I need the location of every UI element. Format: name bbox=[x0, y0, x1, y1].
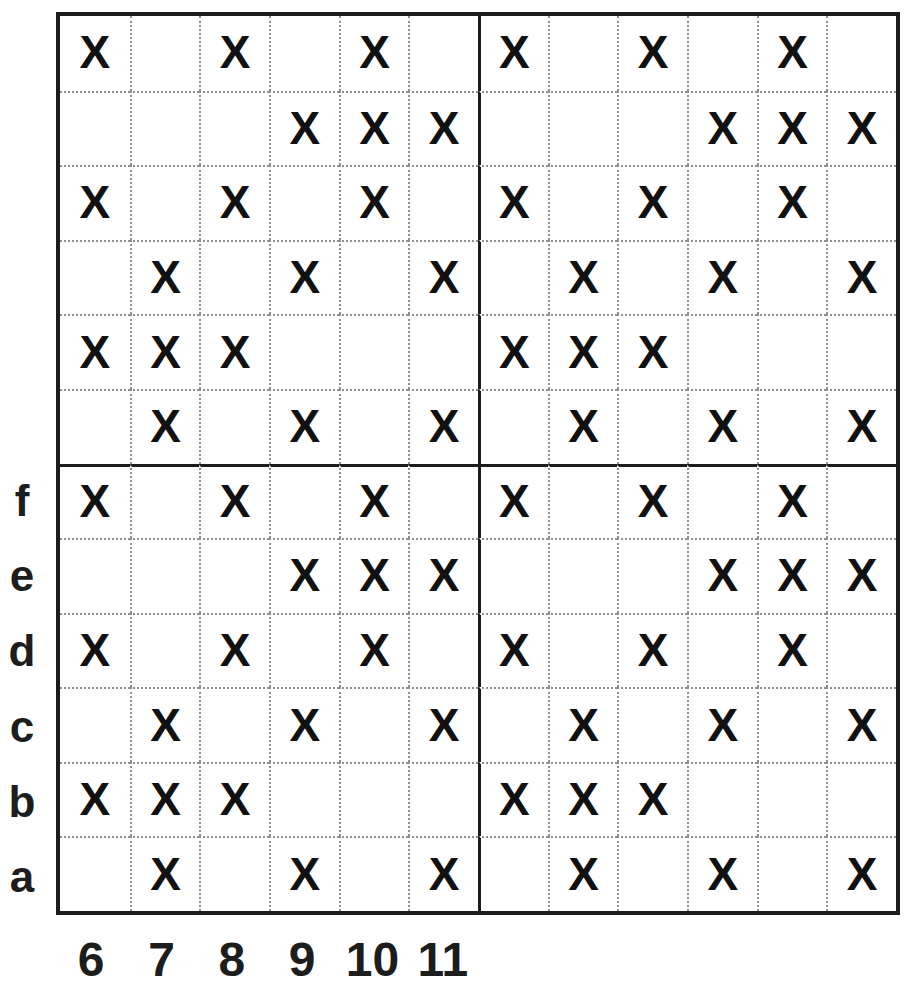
x-mark: X bbox=[777, 478, 808, 524]
cell-r2c5: X bbox=[339, 91, 409, 166]
cell-r5c11 bbox=[757, 314, 827, 389]
x-mark: X bbox=[638, 329, 669, 375]
cell-r7c4 bbox=[269, 464, 339, 539]
x-mark: X bbox=[359, 478, 390, 524]
cell-r12c7 bbox=[478, 836, 548, 911]
cell-r11c9: X bbox=[617, 762, 687, 837]
cell-r2c9 bbox=[617, 91, 687, 166]
x-mark: X bbox=[150, 403, 181, 449]
x-mark: X bbox=[429, 105, 460, 151]
cell-r10c3 bbox=[199, 687, 269, 762]
x-mark: X bbox=[638, 179, 669, 225]
cell-r8c8 bbox=[548, 538, 618, 613]
cell-r11c12 bbox=[826, 762, 896, 837]
cell-r4c1 bbox=[60, 240, 130, 315]
cell-r2c6: X bbox=[408, 91, 478, 166]
cell-r7c3: X bbox=[199, 464, 269, 539]
cell-r3c11: X bbox=[757, 165, 827, 240]
cell-r5c2: X bbox=[130, 314, 200, 389]
cell-r4c4: X bbox=[269, 240, 339, 315]
col-label-9: 9 bbox=[267, 920, 337, 995]
x-mark: X bbox=[568, 702, 599, 748]
x-mark: X bbox=[289, 702, 320, 748]
cell-r1c3: X bbox=[199, 16, 269, 91]
cell-r5c12 bbox=[826, 314, 896, 389]
cell-r5c9: X bbox=[617, 314, 687, 389]
x-mark: X bbox=[150, 851, 181, 897]
cell-r8c2 bbox=[130, 538, 200, 613]
x-mark: X bbox=[777, 627, 808, 673]
cell-r10c8: X bbox=[548, 687, 618, 762]
x-mark: X bbox=[150, 254, 181, 300]
x-mark: X bbox=[220, 179, 251, 225]
cell-r4c10: X bbox=[687, 240, 757, 315]
cell-r9c1: X bbox=[60, 613, 130, 688]
cell-r3c6 bbox=[408, 165, 478, 240]
cell-r6c5 bbox=[339, 389, 409, 464]
col-label-6: 6 bbox=[56, 920, 126, 995]
cell-r5c8: X bbox=[548, 314, 618, 389]
cell-r5c5 bbox=[339, 314, 409, 389]
cell-r1c9: X bbox=[617, 16, 687, 91]
cell-r9c5: X bbox=[339, 613, 409, 688]
cell-r8c4: X bbox=[269, 538, 339, 613]
row-label-b: b bbox=[0, 764, 56, 839]
x-mark: X bbox=[79, 776, 110, 822]
x-mark: X bbox=[707, 403, 738, 449]
cell-r6c7 bbox=[478, 389, 548, 464]
cell-r10c2: X bbox=[130, 687, 200, 762]
cell-r7c2 bbox=[130, 464, 200, 539]
cell-r9c6 bbox=[408, 613, 478, 688]
x-mark: X bbox=[638, 29, 669, 75]
cell-r4c2: X bbox=[130, 240, 200, 315]
x-mark: X bbox=[568, 403, 599, 449]
x-mark: X bbox=[220, 29, 251, 75]
cell-r3c3: X bbox=[199, 165, 269, 240]
cell-r4c9 bbox=[617, 240, 687, 315]
cell-r6c11 bbox=[757, 389, 827, 464]
cell-r8c7 bbox=[478, 538, 548, 613]
cell-r12c6: X bbox=[408, 836, 478, 911]
cell-r6c9 bbox=[617, 389, 687, 464]
row-label-c: c bbox=[0, 689, 56, 764]
x-mark: X bbox=[499, 329, 530, 375]
cell-r8c10: X bbox=[687, 538, 757, 613]
cell-r9c11: X bbox=[757, 613, 827, 688]
x-mark: X bbox=[79, 179, 110, 225]
x-mark: X bbox=[289, 403, 320, 449]
cell-r2c8 bbox=[548, 91, 618, 166]
cell-r7c1: X bbox=[60, 464, 130, 539]
cell-r9c8 bbox=[548, 613, 618, 688]
cell-r8c3 bbox=[199, 538, 269, 613]
cell-r11c4 bbox=[269, 762, 339, 837]
row-label-d: d bbox=[0, 614, 56, 689]
x-mark: X bbox=[220, 478, 251, 524]
cell-r9c9: X bbox=[617, 613, 687, 688]
x-mark: X bbox=[568, 329, 599, 375]
x-mark: X bbox=[847, 105, 878, 151]
cell-r10c10: X bbox=[687, 687, 757, 762]
row-label-a: a bbox=[0, 840, 56, 915]
cell-r3c5: X bbox=[339, 165, 409, 240]
cell-r12c1 bbox=[60, 836, 130, 911]
cell-r2c11: X bbox=[757, 91, 827, 166]
cell-r7c11: X bbox=[757, 464, 827, 539]
cell-r3c12 bbox=[826, 165, 896, 240]
x-mark: X bbox=[777, 179, 808, 225]
x-mark: X bbox=[429, 254, 460, 300]
x-mark: X bbox=[777, 29, 808, 75]
cell-r1c11: X bbox=[757, 16, 827, 91]
cell-r11c8: X bbox=[548, 762, 618, 837]
cell-r4c11 bbox=[757, 240, 827, 315]
cell-r7c12 bbox=[826, 464, 896, 539]
cell-r5c10 bbox=[687, 314, 757, 389]
x-mark: X bbox=[568, 776, 599, 822]
cell-r11c2: X bbox=[130, 762, 200, 837]
row-label-f: f bbox=[0, 463, 56, 538]
cell-r1c5: X bbox=[339, 16, 409, 91]
cell-r8c5: X bbox=[339, 538, 409, 613]
cell-r7c10 bbox=[687, 464, 757, 539]
cell-r2c1 bbox=[60, 91, 130, 166]
x-mark: X bbox=[429, 552, 460, 598]
x-mark: X bbox=[499, 478, 530, 524]
x-mark: X bbox=[499, 627, 530, 673]
cell-r6c6: X bbox=[408, 389, 478, 464]
cell-r10c7 bbox=[478, 687, 548, 762]
cell-r2c10: X bbox=[687, 91, 757, 166]
row-labels: f e d c b a bbox=[0, 463, 56, 915]
cell-r2c3 bbox=[199, 91, 269, 166]
x-mark: X bbox=[568, 851, 599, 897]
cell-r2c12: X bbox=[826, 91, 896, 166]
cell-r7c7: X bbox=[478, 464, 548, 539]
cell-r2c7 bbox=[478, 91, 548, 166]
cell-r4c8: X bbox=[548, 240, 618, 315]
cell-r1c8 bbox=[548, 16, 618, 91]
x-mark: X bbox=[359, 105, 390, 151]
cell-r6c4: X bbox=[269, 389, 339, 464]
cell-r10c12: X bbox=[826, 687, 896, 762]
x-mark: X bbox=[638, 776, 669, 822]
x-mark: X bbox=[847, 702, 878, 748]
cell-r10c9 bbox=[617, 687, 687, 762]
cell-r1c4 bbox=[269, 16, 339, 91]
cell-r4c3 bbox=[199, 240, 269, 315]
col-label-11: 11 bbox=[408, 920, 478, 995]
cell-r7c9: X bbox=[617, 464, 687, 539]
x-mark: X bbox=[150, 776, 181, 822]
cell-r2c2 bbox=[130, 91, 200, 166]
cell-r10c6: X bbox=[408, 687, 478, 762]
x-mark: X bbox=[220, 329, 251, 375]
col-labels: 6 7 8 9 10 11 bbox=[56, 920, 478, 995]
cell-r10c11 bbox=[757, 687, 827, 762]
cell-r10c5 bbox=[339, 687, 409, 762]
cell-r7c6 bbox=[408, 464, 478, 539]
x-mark: X bbox=[289, 851, 320, 897]
x-mark: X bbox=[777, 552, 808, 598]
cell-r4c7 bbox=[478, 240, 548, 315]
cell-r8c1 bbox=[60, 538, 130, 613]
puzzle-grid: XXXXXXXXXXXXXXXXXXXXXXXXXXXXXXXXXXXXXXXX… bbox=[56, 12, 900, 915]
x-mark: X bbox=[499, 179, 530, 225]
cell-r1c12 bbox=[826, 16, 896, 91]
x-mark: X bbox=[707, 702, 738, 748]
x-mark: X bbox=[707, 552, 738, 598]
cell-r3c1: X bbox=[60, 165, 130, 240]
cell-r3c4 bbox=[269, 165, 339, 240]
cell-r11c3: X bbox=[199, 762, 269, 837]
puzzle-figure: f e d c b a XXXXXXXXXXXXXXXXXXXXXXXXXXXX… bbox=[0, 0, 918, 1000]
cell-r12c8: X bbox=[548, 836, 618, 911]
col-label-10: 10 bbox=[337, 920, 407, 995]
col-label-7: 7 bbox=[126, 920, 196, 995]
cell-r11c10 bbox=[687, 762, 757, 837]
cell-r5c1: X bbox=[60, 314, 130, 389]
x-mark: X bbox=[359, 627, 390, 673]
x-mark: X bbox=[499, 29, 530, 75]
cell-r8c11: X bbox=[757, 538, 827, 613]
cell-r12c10: X bbox=[687, 836, 757, 911]
x-mark: X bbox=[429, 851, 460, 897]
x-mark: X bbox=[359, 552, 390, 598]
cell-r1c1: X bbox=[60, 16, 130, 91]
cell-r5c3: X bbox=[199, 314, 269, 389]
x-mark: X bbox=[289, 254, 320, 300]
cell-r3c8 bbox=[548, 165, 618, 240]
cell-r3c10 bbox=[687, 165, 757, 240]
cell-r6c10: X bbox=[687, 389, 757, 464]
x-mark: X bbox=[568, 254, 599, 300]
cell-r1c7: X bbox=[478, 16, 548, 91]
cell-r6c2: X bbox=[130, 389, 200, 464]
cell-r9c4 bbox=[269, 613, 339, 688]
cell-r12c5 bbox=[339, 836, 409, 911]
cell-r9c3: X bbox=[199, 613, 269, 688]
cell-r7c5: X bbox=[339, 464, 409, 539]
cell-r6c12: X bbox=[826, 389, 896, 464]
col-label-8: 8 bbox=[197, 920, 267, 995]
x-mark: X bbox=[359, 179, 390, 225]
x-mark: X bbox=[707, 105, 738, 151]
cell-r1c10 bbox=[687, 16, 757, 91]
cell-r3c9: X bbox=[617, 165, 687, 240]
cell-r12c9 bbox=[617, 836, 687, 911]
x-mark: X bbox=[79, 29, 110, 75]
cell-r4c5 bbox=[339, 240, 409, 315]
cell-r12c12: X bbox=[826, 836, 896, 911]
cell-r12c2: X bbox=[130, 836, 200, 911]
x-mark: X bbox=[847, 403, 878, 449]
cell-r5c7: X bbox=[478, 314, 548, 389]
cell-r1c6 bbox=[408, 16, 478, 91]
x-mark: X bbox=[220, 776, 251, 822]
cell-r6c1 bbox=[60, 389, 130, 464]
x-mark: X bbox=[79, 627, 110, 673]
cell-r10c4: X bbox=[269, 687, 339, 762]
cell-r11c1: X bbox=[60, 762, 130, 837]
cell-r8c12: X bbox=[826, 538, 896, 613]
x-mark: X bbox=[429, 702, 460, 748]
x-mark: X bbox=[429, 403, 460, 449]
cell-r2c4: X bbox=[269, 91, 339, 166]
cell-r4c6: X bbox=[408, 240, 478, 315]
x-mark: X bbox=[777, 105, 808, 151]
cell-r9c2 bbox=[130, 613, 200, 688]
cell-r11c7: X bbox=[478, 762, 548, 837]
x-mark: X bbox=[847, 254, 878, 300]
x-mark: X bbox=[499, 776, 530, 822]
cell-r7c8 bbox=[548, 464, 618, 539]
cell-r3c2 bbox=[130, 165, 200, 240]
x-mark: X bbox=[359, 29, 390, 75]
x-mark: X bbox=[150, 702, 181, 748]
cell-r8c6: X bbox=[408, 538, 478, 613]
x-mark: X bbox=[847, 552, 878, 598]
x-mark: X bbox=[638, 478, 669, 524]
cell-r5c6 bbox=[408, 314, 478, 389]
cell-r9c7: X bbox=[478, 613, 548, 688]
x-mark: X bbox=[79, 478, 110, 524]
cell-r12c11 bbox=[757, 836, 827, 911]
cell-r3c7: X bbox=[478, 165, 548, 240]
cell-r5c4 bbox=[269, 314, 339, 389]
cell-r10c1 bbox=[60, 687, 130, 762]
cell-r11c5 bbox=[339, 762, 409, 837]
cell-r12c4: X bbox=[269, 836, 339, 911]
x-mark: X bbox=[707, 851, 738, 897]
cell-r11c6 bbox=[408, 762, 478, 837]
cell-r9c12 bbox=[826, 613, 896, 688]
row-label-e: e bbox=[0, 538, 56, 613]
x-mark: X bbox=[79, 329, 110, 375]
x-mark: X bbox=[289, 105, 320, 151]
x-mark: X bbox=[638, 627, 669, 673]
cell-r12c3 bbox=[199, 836, 269, 911]
x-mark: X bbox=[220, 627, 251, 673]
cell-r4c12: X bbox=[826, 240, 896, 315]
cell-r1c2 bbox=[130, 16, 200, 91]
x-mark: X bbox=[847, 851, 878, 897]
x-mark: X bbox=[707, 254, 738, 300]
cell-r6c3 bbox=[199, 389, 269, 464]
cell-r6c8: X bbox=[548, 389, 618, 464]
cell-r9c10 bbox=[687, 613, 757, 688]
x-mark: X bbox=[150, 329, 181, 375]
cell-r8c9 bbox=[617, 538, 687, 613]
x-mark: X bbox=[289, 552, 320, 598]
cell-r11c11 bbox=[757, 762, 827, 837]
